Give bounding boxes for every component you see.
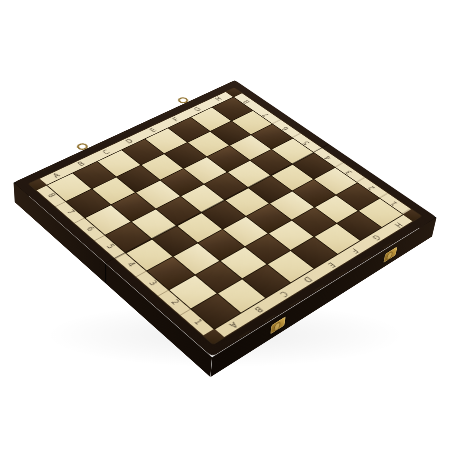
board-square (165, 143, 206, 168)
board-square (249, 176, 292, 203)
board-square (122, 139, 163, 164)
brass-hanging-ring (176, 96, 190, 104)
board-square (272, 139, 313, 164)
board-square (188, 132, 229, 157)
coordinate-label: 7 (252, 106, 280, 124)
coordinate-label: G (184, 101, 212, 119)
board-square (315, 168, 357, 194)
board-square (228, 161, 270, 187)
board-square (141, 154, 183, 180)
edge-labels-left-letters: HGFEDCBA (40, 92, 234, 185)
board-square (293, 153, 334, 179)
coordinate-label: C (92, 143, 121, 163)
coordinate-label: F (337, 239, 370, 262)
coordinate-label: E (139, 121, 167, 140)
coordinate-label: 4 (313, 148, 343, 167)
coordinate-label: F (162, 111, 190, 129)
board-field (47, 97, 402, 328)
board-tilt-wrapper: 87654321 87654321 HGFEDCBA HGFEDCBA (63, 38, 387, 362)
coordinate-label: D (116, 132, 144, 151)
board-square (208, 146, 249, 172)
board-square (205, 172, 248, 199)
fold-seam-edge (105, 263, 106, 284)
edge-labels-top-numbers: 87654321 (233, 93, 411, 214)
board-square (73, 162, 116, 189)
coordinate-label: A (42, 166, 71, 187)
coordinate-label: G (360, 226, 393, 249)
border-corner-square (226, 88, 242, 97)
board-square (293, 180, 336, 207)
product-photo: 87654321 87654321 HGFEDCBA HGFEDCBA (0, 0, 450, 450)
coordinate-label: 8 (233, 93, 260, 110)
board-square (252, 124, 292, 148)
board-square (210, 121, 250, 145)
board-square (230, 135, 271, 160)
coordinate-label: 6 (272, 120, 301, 138)
board-square (250, 150, 291, 176)
coordinate-label: H (206, 91, 233, 108)
board-square (185, 157, 227, 183)
board-square (146, 128, 187, 153)
brass-hanging-ring (75, 142, 90, 151)
coordinate-label: 5 (292, 134, 321, 153)
board-square (98, 150, 140, 176)
brass-clasp (383, 246, 397, 263)
brass-clasp (270, 316, 285, 334)
coordinate-label: B (67, 154, 96, 174)
board-square (271, 164, 313, 190)
coordinate-label: E (315, 253, 348, 277)
board-square (169, 118, 209, 142)
board-square (191, 107, 231, 130)
board-square (213, 97, 252, 120)
coordinate-label: 3 (335, 163, 366, 183)
board-square (337, 183, 380, 210)
board-square (117, 165, 160, 192)
board-square (161, 169, 204, 196)
board-square (232, 111, 272, 135)
